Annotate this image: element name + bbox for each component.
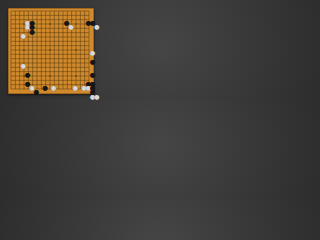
go-board[interactable]: ●●●●●●●●●●●●●●●●●●●●●●●●●●●●●● [8,8,94,94]
go-stone-white[interactable]: ● [90,51,94,55]
go-stone-white[interactable]: ● [95,25,99,29]
go-stone-white[interactable]: ● [73,86,77,90]
go-stone-black[interactable]: ● [90,73,94,77]
go-stone-black[interactable]: ● [34,90,38,94]
board-intersections-grid[interactable]: ●●●●●●●●●●●●●●●●●●●●●●●●●●●●●● [17,17,99,99]
go-stone-black[interactable]: ● [43,86,47,90]
go-stone-black[interactable]: ● [25,73,29,77]
go-stone-white[interactable]: ● [69,25,73,29]
go-stone-black[interactable]: ● [30,30,34,34]
app-background: { "game": "go", "board": { "size": 19, "… [0,0,100,100]
go-stone-white[interactable]: ● [51,86,55,90]
go-stone-black[interactable]: ● [90,60,94,64]
go-stone-white[interactable]: ● [21,34,25,38]
go-stone-white[interactable]: ● [95,95,99,99]
go-stone-white[interactable]: ● [21,64,25,68]
